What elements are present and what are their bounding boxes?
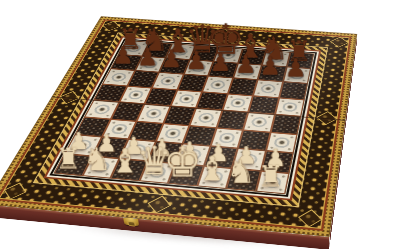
square-g1: ♞ <box>226 168 261 191</box>
piece-black-pawn: ♟ <box>161 48 183 72</box>
piece-black-pawn: ♟ <box>112 44 134 68</box>
red-accent-border: ♜♞♝♛♚♝♞♜♟♟♟♟♟♟♟♟♟♟♟♟♟♟♟♟♜♞♝♛♚♝♞♜ <box>43 36 321 200</box>
square-d5 <box>170 90 202 108</box>
square-h7: ♟ <box>283 66 311 83</box>
piece-black-pawn: ♟ <box>259 55 281 80</box>
folding-chess-box: ♜♞♝♛♚♝♞♜♟♟♟♟♟♟♟♟♟♟♟♟♟♟♟♟♜♞♝♛♚♝♞♜ <box>0 16 357 237</box>
piece-black-pawn: ♟ <box>284 57 306 82</box>
square-e4 <box>190 108 222 128</box>
square-h4 <box>270 114 301 134</box>
piece-white-rook: ♜ <box>257 162 283 191</box>
square-h6 <box>279 82 308 100</box>
square-g5 <box>248 96 279 115</box>
ornate-border-band: ♜♞♝♛♚♝♞♜♟♟♟♟♟♟♟♟♟♟♟♟♟♟♟♟♜♞♝♛♚♝♞♜ <box>0 20 350 228</box>
board-top-surface: ♜♞♝♛♚♝♞♜♟♟♟♟♟♟♟♟♟♟♟♟♟♟♟♟♜♞♝♛♚♝♞♜ <box>0 16 357 237</box>
piece-black-pawn: ♟ <box>185 49 207 74</box>
piece-white-knight: ♞ <box>82 143 111 175</box>
chess-set-product-photo: ♜♞♝♛♚♝♞♜♟♟♟♟♟♟♟♟♟♟♟♟♟♟♟♟♜♞♝♛♚♝♞♜ <box>0 0 400 249</box>
chess-board-grid: ♜♞♝♛♚♝♞♜♟♟♟♟♟♟♟♟♟♟♟♟♟♟♟♟♜♞♝♛♚♝♞♜ <box>54 40 314 194</box>
clasp-latch-icon <box>123 215 140 226</box>
piece-white-knight: ♞ <box>226 156 255 189</box>
arch-ornament-icon <box>298 209 323 228</box>
arch-ornament-icon <box>330 37 349 48</box>
square-h5 <box>275 98 305 117</box>
square-b4 <box>110 102 144 121</box>
ivory-pinstripe-border: ♜♞♝♛♚♝♞♜♟♟♟♟♟♟♟♟♟♟♟♟♟♟♟♟♜♞♝♛♚♝♞♜ <box>46 37 319 198</box>
piece-black-pawn: ♟ <box>210 51 232 76</box>
square-h1: ♜ <box>255 170 289 194</box>
square-c5 <box>144 88 176 106</box>
clasp-loop-icon <box>127 221 136 227</box>
arch-ornament-icon <box>147 196 171 214</box>
piece-black-pawn: ♟ <box>234 53 256 78</box>
piece-white-bishop: ♝ <box>197 152 227 186</box>
piece-white-rook: ♜ <box>56 144 82 173</box>
square-a4 <box>84 100 119 119</box>
square-f6 <box>228 78 258 96</box>
piece-black-pawn: ♟ <box>136 46 158 70</box>
square-f5 <box>222 94 253 113</box>
arch-ornament-icon <box>4 183 27 200</box>
square-d4 <box>163 106 196 125</box>
zigzag-border: ♜♞♝♛♚♝♞♜♟♟♟♟♟♟♟♟♟♟♟♟♟♟♟♟♜♞♝♛♚♝♞♜ <box>33 32 328 207</box>
